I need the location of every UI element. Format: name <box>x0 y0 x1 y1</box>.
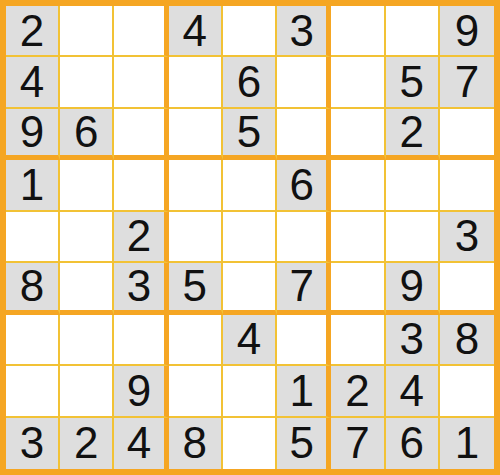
cell-r4c9[interactable] <box>440 160 494 211</box>
cell-r3c7[interactable] <box>331 109 385 160</box>
cell-r3c9[interactable] <box>440 109 494 160</box>
cell-r4c7[interactable] <box>331 160 385 211</box>
cell-r1c3[interactable] <box>114 6 168 57</box>
cell-r3c6[interactable] <box>277 109 331 160</box>
cell-r1c8[interactable] <box>386 6 440 57</box>
cell-r7c8: 3 <box>386 315 440 366</box>
cell-r4c3[interactable] <box>114 160 168 211</box>
cell-r7c7[interactable] <box>331 315 385 366</box>
cell-r1c9: 9 <box>440 6 494 57</box>
cell-r3c4[interactable] <box>169 109 223 160</box>
cell-r3c2: 6 <box>60 109 114 160</box>
cell-r2c9: 7 <box>440 57 494 108</box>
cell-r9c4: 8 <box>169 418 223 469</box>
cell-r6c8: 9 <box>386 263 440 314</box>
cell-r2c4[interactable] <box>169 57 223 108</box>
cell-r3c5: 5 <box>223 109 277 160</box>
cell-r2c1: 4 <box>6 57 60 108</box>
cell-r7c6[interactable] <box>277 315 331 366</box>
cell-r2c7[interactable] <box>331 57 385 108</box>
cell-r6c3: 3 <box>114 263 168 314</box>
cell-r6c4: 5 <box>169 263 223 314</box>
cell-r3c1: 9 <box>6 109 60 160</box>
cell-r9c9: 1 <box>440 418 494 469</box>
cell-r8c6: 1 <box>277 366 331 417</box>
cell-r9c3: 4 <box>114 418 168 469</box>
cell-r9c7: 7 <box>331 418 385 469</box>
cell-r5c5[interactable] <box>223 212 277 263</box>
cell-r4c2[interactable] <box>60 160 114 211</box>
cell-r9c1: 3 <box>6 418 60 469</box>
cell-r1c5[interactable] <box>223 6 277 57</box>
cell-r5c9: 3 <box>440 212 494 263</box>
cell-r1c6: 3 <box>277 6 331 57</box>
cell-r4c6: 6 <box>277 160 331 211</box>
cell-r7c1[interactable] <box>6 315 60 366</box>
sudoku-board: 243946579652162383579438912432485761 <box>0 0 500 475</box>
cell-r3c8: 2 <box>386 109 440 160</box>
cell-r2c6[interactable] <box>277 57 331 108</box>
cell-r2c3[interactable] <box>114 57 168 108</box>
cell-r9c6: 5 <box>277 418 331 469</box>
cell-r8c8: 4 <box>386 366 440 417</box>
cell-r8c2[interactable] <box>60 366 114 417</box>
cell-r5c1[interactable] <box>6 212 60 263</box>
cell-r7c4[interactable] <box>169 315 223 366</box>
cell-r8c7: 2 <box>331 366 385 417</box>
cell-r5c6[interactable] <box>277 212 331 263</box>
cell-r8c5[interactable] <box>223 366 277 417</box>
cell-r4c5[interactable] <box>223 160 277 211</box>
cell-r7c5: 4 <box>223 315 277 366</box>
cell-r2c8: 5 <box>386 57 440 108</box>
cell-r7c9: 8 <box>440 315 494 366</box>
cell-r4c1: 1 <box>6 160 60 211</box>
cell-r9c8: 6 <box>386 418 440 469</box>
cell-r3c3[interactable] <box>114 109 168 160</box>
cell-r1c4: 4 <box>169 6 223 57</box>
cell-r4c4[interactable] <box>169 160 223 211</box>
cell-r8c3: 9 <box>114 366 168 417</box>
cell-r4c8[interactable] <box>386 160 440 211</box>
cell-r1c7[interactable] <box>331 6 385 57</box>
cell-r8c1[interactable] <box>6 366 60 417</box>
cell-r2c2[interactable] <box>60 57 114 108</box>
cell-r5c4[interactable] <box>169 212 223 263</box>
cell-r5c2[interactable] <box>60 212 114 263</box>
cell-r6c5[interactable] <box>223 263 277 314</box>
cell-r1c1: 2 <box>6 6 60 57</box>
cell-r6c2[interactable] <box>60 263 114 314</box>
cell-r7c3[interactable] <box>114 315 168 366</box>
cell-r9c5[interactable] <box>223 418 277 469</box>
cell-r6c9[interactable] <box>440 263 494 314</box>
cell-r6c6: 7 <box>277 263 331 314</box>
cell-r7c2[interactable] <box>60 315 114 366</box>
cell-r5c8[interactable] <box>386 212 440 263</box>
cell-r1c2[interactable] <box>60 6 114 57</box>
cell-r2c5: 6 <box>223 57 277 108</box>
cell-r8c9[interactable] <box>440 366 494 417</box>
cell-r9c2: 2 <box>60 418 114 469</box>
cell-r8c4[interactable] <box>169 366 223 417</box>
cell-r5c7[interactable] <box>331 212 385 263</box>
cell-r6c7[interactable] <box>331 263 385 314</box>
cell-r6c1: 8 <box>6 263 60 314</box>
cell-r5c3: 2 <box>114 212 168 263</box>
